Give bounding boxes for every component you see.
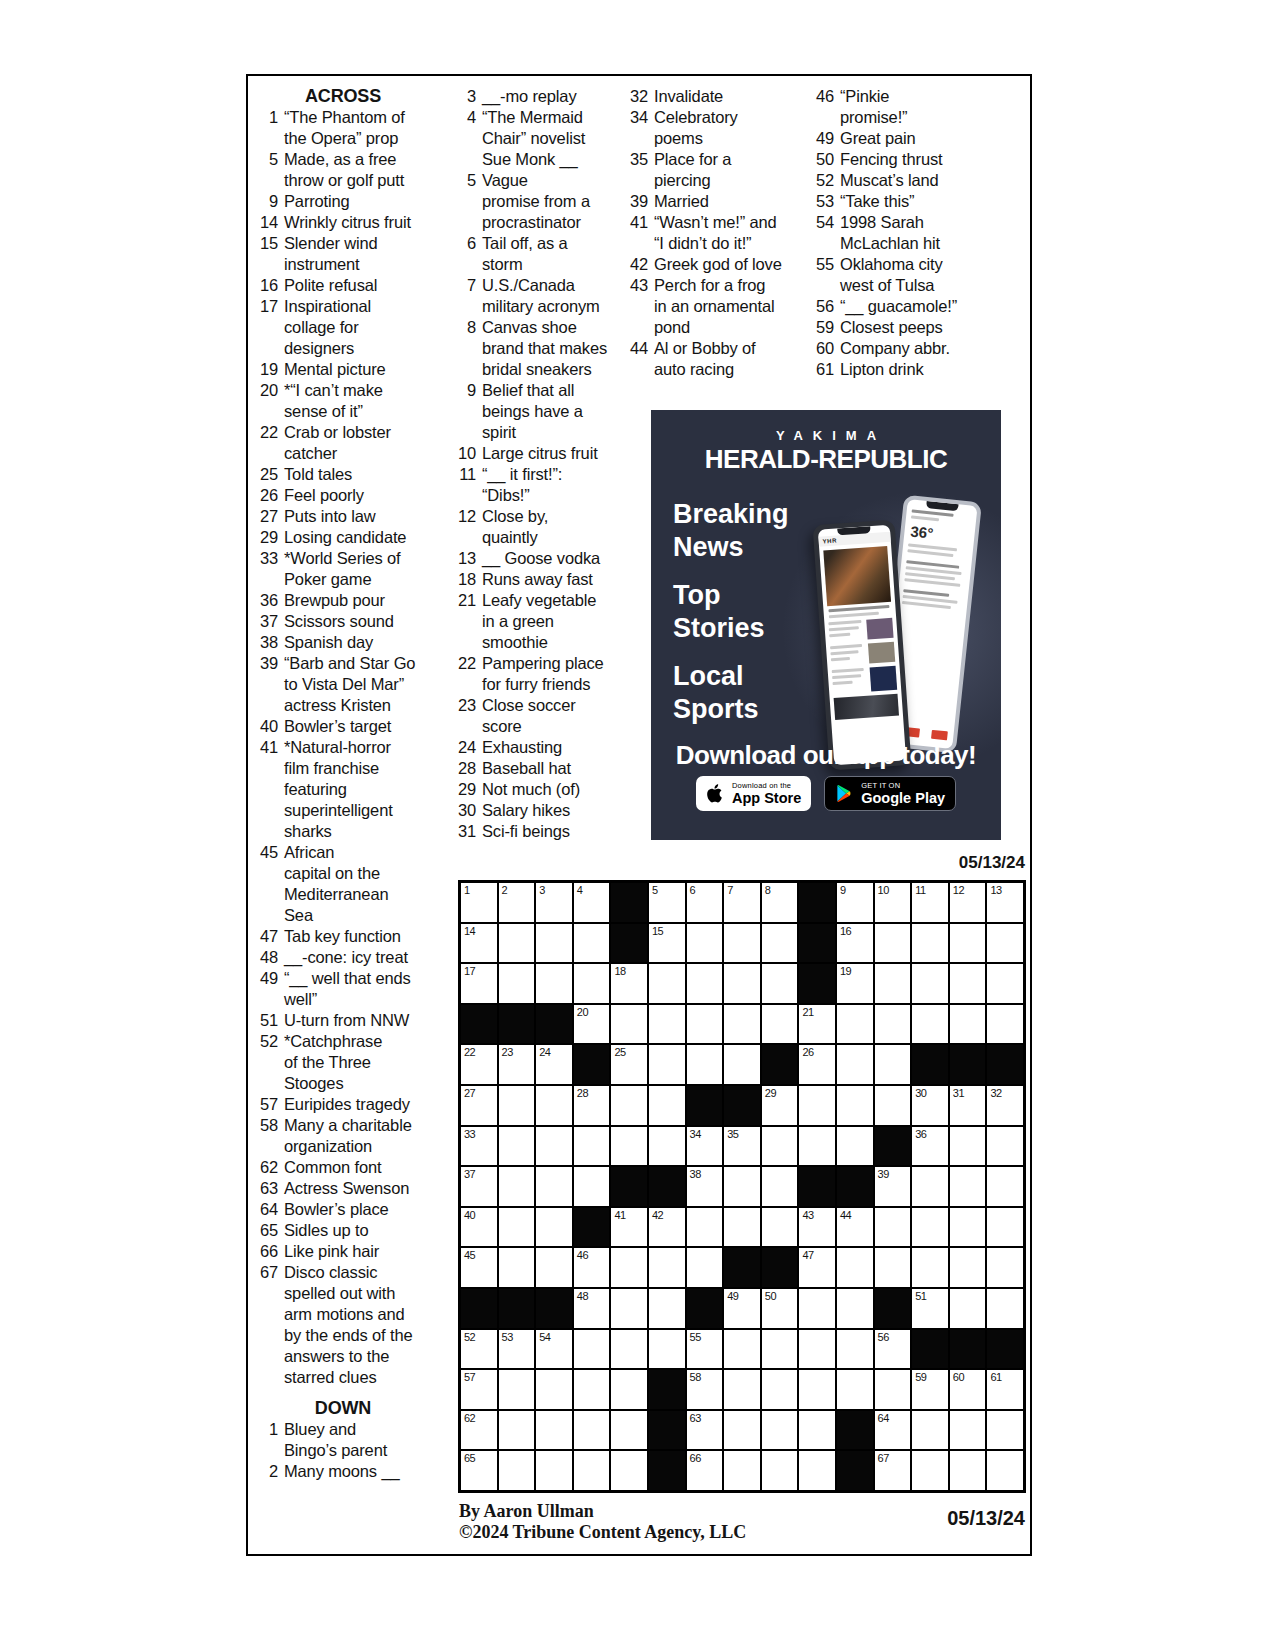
google-play-badge[interactable]: GET IT ON Google Play (824, 776, 956, 811)
grid-cell-r11c14[interactable] (950, 1289, 986, 1328)
grid-cell-r7c11[interactable] (837, 1127, 873, 1166)
grid-cell-r13c11[interactable] (837, 1370, 873, 1409)
clue-down-55: 55Oklahoma city west of Tulsa (806, 254, 992, 296)
clue-down-54: 541998 Sarah McLachlan hit (806, 212, 992, 254)
clue-number: 7 (448, 275, 482, 317)
grid-cell-r10c7[interactable] (687, 1248, 723, 1287)
cell-number: 34 (690, 1128, 701, 1140)
grid-cell-r3c5[interactable]: 18 (611, 964, 647, 1003)
clue-down-11: 11“__ it first!”: “Dibs!” (448, 464, 618, 506)
grid-cell-r14c13[interactable] (912, 1411, 948, 1450)
clue-text: “Wasn’t me!” and “I didn’t do it!” (654, 212, 798, 254)
grid-cell-r1c1[interactable]: 1 (461, 883, 497, 922)
grid-cell-r10c4[interactable]: 46 (574, 1248, 610, 1287)
cell-number: 50 (765, 1290, 776, 1302)
grid-cell-r11c4[interactable]: 48 (574, 1289, 610, 1328)
grid-cell-r7c3[interactable] (536, 1127, 572, 1166)
grid-cell-r4c6[interactable] (649, 1005, 685, 1044)
clue-number: 41 (620, 212, 654, 254)
grid-cell-r15c4[interactable] (574, 1451, 610, 1490)
grid-cell-r8c14[interactable] (950, 1167, 986, 1206)
grid-cell-r6c5[interactable] (611, 1086, 647, 1125)
clue-down-56: 56“__ guacamole!” (806, 296, 992, 317)
clue-text: Slender wind instrument (284, 233, 436, 275)
grid-cell-r2c5 (611, 924, 647, 963)
badge-big-text: Google Play (861, 791, 945, 806)
grid-cell-r15c7[interactable]: 66 (687, 1451, 723, 1490)
grid-cell-r8c12[interactable]: 39 (875, 1167, 911, 1206)
grid-cell-r8c8[interactable] (724, 1167, 760, 1206)
clue-text: Many moons __ (284, 1461, 436, 1482)
grid-cell-r10c10[interactable]: 47 (799, 1248, 835, 1287)
grid-cell-r13c5[interactable] (611, 1370, 647, 1409)
grid-cell-r6c14[interactable]: 31 (950, 1086, 986, 1125)
clue-down-41: 41“Wasn’t me!” and “I didn’t do it!” (620, 212, 798, 254)
grid-cell-r4c7[interactable] (687, 1005, 723, 1044)
grid-cell-r1c3[interactable]: 3 (536, 883, 572, 922)
grid-cell-r6c4[interactable]: 28 (574, 1086, 610, 1125)
clue-number: 14 (250, 212, 284, 233)
cell-number: 57 (464, 1371, 475, 1383)
grid-cell-r12c2[interactable]: 53 (499, 1330, 535, 1369)
clue-text: Baseball hat (482, 758, 618, 779)
grid-cell-r12c3[interactable]: 54 (536, 1330, 572, 1369)
clue-text: *“I can’t make sense of it” (284, 380, 436, 422)
grid-cell-r13c3[interactable] (536, 1370, 572, 1409)
grid-cell-r6c12[interactable] (875, 1086, 911, 1125)
clue-text: Wrinkly citrus fruit (284, 212, 436, 233)
grid-cell-r10c5[interactable] (611, 1248, 647, 1287)
grid-cell-r5c8[interactable] (724, 1045, 760, 1084)
grid-cell-r2c4[interactable] (574, 924, 610, 963)
grid-cell-r3c8[interactable] (724, 964, 760, 1003)
grid-cell-r10c6[interactable] (649, 1248, 685, 1287)
clue-number: 22 (250, 422, 284, 464)
clue-text: Oklahoma city west of Tulsa (840, 254, 992, 296)
grid-cell-r4c8[interactable] (724, 1005, 760, 1044)
grid-cell-r7c15[interactable] (987, 1127, 1023, 1166)
grid-cell-r1c12[interactable]: 10 (875, 883, 911, 922)
store-badges: Download on the App Store GET IT ON Goog… (651, 776, 1001, 811)
grid-cell-r5c15 (987, 1045, 1023, 1084)
cell-number: 40 (464, 1209, 475, 1221)
clue-number: 22 (448, 653, 482, 695)
clue-down-53: 53“Take this” (806, 191, 992, 212)
grid-cell-r9c3[interactable] (536, 1208, 572, 1247)
grid-cell-r6c13[interactable]: 30 (912, 1086, 948, 1125)
grid-cell-r9c12[interactable] (875, 1208, 911, 1247)
grid-cell-r10c13[interactable] (912, 1248, 948, 1287)
grid-cell-r3c3[interactable] (536, 964, 572, 1003)
grid-cell-r12c5[interactable] (611, 1330, 647, 1369)
clue-across-63: 63Actress Swenson (250, 1178, 436, 1199)
grid-cell-r11c9[interactable]: 50 (762, 1289, 798, 1328)
cell-number: 15 (652, 925, 663, 937)
clue-number: 16 (250, 275, 284, 296)
grid-cell-r6c11[interactable] (837, 1086, 873, 1125)
cell-number: 21 (802, 1006, 813, 1018)
clue-number: 44 (620, 338, 654, 380)
cell-number: 25 (614, 1046, 625, 1058)
grid-cell-r1c7[interactable]: 6 (687, 883, 723, 922)
grid-cell-r4c12[interactable] (875, 1005, 911, 1044)
grid-cell-r14c5[interactable] (611, 1411, 647, 1450)
grid-cell-r14c3[interactable] (536, 1411, 572, 1450)
grid-cell-r4c10[interactable]: 21 (799, 1005, 835, 1044)
grid-cell-r8c4[interactable] (574, 1167, 610, 1206)
grid-cell-r15c8[interactable] (724, 1451, 760, 1490)
grid-cell-r12c13 (912, 1330, 948, 1369)
grid-cell-r1c4[interactable]: 4 (574, 883, 610, 922)
clue-number: 63 (250, 1178, 284, 1199)
clue-column-1: ACROSS1“The Phantom of the Opera” prop5M… (250, 86, 436, 1482)
grid-cell-r14c7[interactable]: 63 (687, 1411, 723, 1450)
clue-number: 67 (250, 1262, 284, 1388)
grid-cell-r9c14[interactable] (950, 1208, 986, 1247)
grid-cell-r1c13[interactable]: 11 (912, 883, 948, 922)
grid-cell-r11c11[interactable] (837, 1289, 873, 1328)
clue-down-35: 35Place for a piercing (620, 149, 798, 191)
clue-down-50: 50Fencing thrust (806, 149, 992, 170)
download-cta: Download our app today! (651, 740, 1001, 771)
clue-down-9: 9Belief that all beings have a spirit (448, 380, 618, 443)
clue-text: Not much (of) (482, 779, 618, 800)
clue-across-52: 52*Catchphrase of the Three Stooges (250, 1031, 436, 1094)
grid-cell-r2c12[interactable] (875, 924, 911, 963)
clue-text: “Barb and Star Go to Vista Del Mar” actr… (284, 653, 436, 716)
grid-cell-r4c13[interactable] (912, 1005, 948, 1044)
grid-cell-r9c11[interactable]: 44 (837, 1208, 873, 1247)
grid-cell-r9c10[interactable]: 43 (799, 1208, 835, 1247)
grid-cell-r15c1[interactable]: 65 (461, 1451, 497, 1490)
grid-cell-r3c4[interactable] (574, 964, 610, 1003)
grid-cell-r15c9[interactable] (762, 1451, 798, 1490)
grid-cell-r13c9[interactable] (762, 1370, 798, 1409)
clue-text: *Natural-horror film franchise featuring… (284, 737, 436, 842)
grid-cell-r8c3[interactable] (536, 1167, 572, 1206)
grid-cell-r15c2[interactable] (499, 1451, 535, 1490)
grid-cell-r13c6 (649, 1370, 685, 1409)
grid-cell-r5c12[interactable] (875, 1045, 911, 1084)
grid-cell-r12c1[interactable]: 52 (461, 1330, 497, 1369)
grid-cell-r6c9[interactable]: 29 (762, 1086, 798, 1125)
app-store-badge[interactable]: Download on the App Store (696, 776, 811, 811)
grid-cell-r5c7[interactable] (687, 1045, 723, 1084)
grid-cell-r14c4[interactable] (574, 1411, 610, 1450)
grid-cell-r7c7[interactable]: 34 (687, 1127, 723, 1166)
grid-cell-r15c14[interactable] (950, 1451, 986, 1490)
grid-cell-r13c10[interactable] (799, 1370, 835, 1409)
grid-cell-r7c10[interactable] (799, 1127, 835, 1166)
grid-cell-r14c12[interactable]: 64 (875, 1411, 911, 1450)
grid-cell-r7c1[interactable]: 33 (461, 1127, 497, 1166)
apple-logo-icon (706, 784, 725, 803)
grid-cell-r7c13[interactable]: 36 (912, 1127, 948, 1166)
grid-cell-r4c11[interactable] (837, 1005, 873, 1044)
grid-cell-r13c13[interactable]: 59 (912, 1370, 948, 1409)
clue-across-1: 1“The Phantom of the Opera” prop (250, 107, 436, 149)
grid-cell-r13c4[interactable] (574, 1370, 610, 1409)
clue-text: U-turn from NNW (284, 1010, 436, 1031)
grid-cell-r9c2[interactable] (499, 1208, 535, 1247)
grid-cell-r3c13[interactable] (912, 964, 948, 1003)
grid-cell-r10c12[interactable] (875, 1248, 911, 1287)
grid-cell-r14c15[interactable] (987, 1411, 1023, 1450)
cell-number: 61 (990, 1371, 1001, 1383)
grid-cell-r5c5[interactable]: 25 (611, 1045, 647, 1084)
clue-down-8: 8Canvas shoe brand that makes bridal sne… (448, 317, 618, 380)
clue-across-41: 41*Natural-horror film franchise featuri… (250, 737, 436, 842)
cell-number: 10 (878, 884, 889, 896)
clue-number: 34 (620, 107, 654, 149)
grid-cell-r7c5[interactable] (611, 1127, 647, 1166)
grid-cell-r1c9[interactable]: 8 (762, 883, 798, 922)
grid-cell-r12c8[interactable] (724, 1330, 760, 1369)
grid-cell-r8c15[interactable] (987, 1167, 1023, 1206)
grid-cell-r11c13[interactable]: 51 (912, 1289, 948, 1328)
clue-number: 43 (620, 275, 654, 338)
grid-cell-r15c15[interactable] (987, 1451, 1023, 1490)
grid-cell-r7c14[interactable] (950, 1127, 986, 1166)
grid-cell-r5c2[interactable]: 23 (499, 1045, 535, 1084)
grid-cell-r1c6[interactable]: 5 (649, 883, 685, 922)
grid-cell-r10c1[interactable]: 45 (461, 1248, 497, 1287)
grid-cell-r5c11[interactable] (837, 1045, 873, 1084)
grid-cell-r1c11[interactable]: 9 (837, 883, 873, 922)
grid-cell-r11c6[interactable] (649, 1289, 685, 1328)
grid-cell-r6c15[interactable]: 32 (987, 1086, 1023, 1125)
clue-number: 39 (250, 653, 284, 716)
grid-cell-r3c7[interactable] (687, 964, 723, 1003)
clue-number: 66 (250, 1241, 284, 1262)
grid-cell-r9c9[interactable] (762, 1208, 798, 1247)
grid-cell-r7c9[interactable] (762, 1127, 798, 1166)
clue-text: “The Phantom of the Opera” prop (284, 107, 436, 149)
puzzle-date-bottom: 05/13/24 (815, 1507, 1025, 1530)
clue-text: Company abbr. (840, 338, 992, 359)
grid-cell-r6c10[interactable] (799, 1086, 835, 1125)
grid-cell-r9c7[interactable] (687, 1208, 723, 1247)
grid-cell-r9c13[interactable] (912, 1208, 948, 1247)
grid-cell-r3c14[interactable] (950, 964, 986, 1003)
cell-number: 32 (990, 1087, 1001, 1099)
grid-cell-r14c8[interactable] (724, 1411, 760, 1450)
grid-cell-r13c7[interactable]: 58 (687, 1370, 723, 1409)
clue-text: Scissors sound (284, 611, 436, 632)
grid-cell-r13c14[interactable]: 60 (950, 1370, 986, 1409)
grid-cell-r14c10[interactable] (799, 1411, 835, 1450)
grid-cell-r3c12[interactable] (875, 964, 911, 1003)
grid-cell-r9c6[interactable]: 42 (649, 1208, 685, 1247)
grid-cell-r4c14[interactable] (950, 1005, 986, 1044)
grid-cell-r14c9[interactable] (762, 1411, 798, 1450)
clue-text: *Catchphrase of the Three Stooges (284, 1031, 436, 1094)
grid-cell-r3c2[interactable] (499, 964, 535, 1003)
clue-number: 31 (448, 821, 482, 842)
grid-cell-r5c3[interactable]: 24 (536, 1045, 572, 1084)
grid-cell-r12c12[interactable]: 56 (875, 1330, 911, 1369)
clue-text: Like pink hair (284, 1241, 436, 1262)
cell-number: 33 (464, 1128, 475, 1140)
clue-text: Puts into law (284, 506, 436, 527)
grid-cell-r1c15[interactable]: 13 (987, 883, 1023, 922)
clue-text: Celebratory poems (654, 107, 798, 149)
grid-cell-r3c9[interactable] (762, 964, 798, 1003)
grid-cell-r2c11[interactable]: 16 (837, 924, 873, 963)
clue-text: Brewpub pour (284, 590, 436, 611)
grid-cell-r3c6[interactable] (649, 964, 685, 1003)
clue-text: Sci-fi beings (482, 821, 618, 842)
clue-number: 52 (250, 1031, 284, 1094)
grid-cell-r13c1[interactable]: 57 (461, 1370, 497, 1409)
grid-cell-r4c5[interactable] (611, 1005, 647, 1044)
clue-number: 57 (250, 1094, 284, 1115)
grid-cell-r7c2[interactable] (499, 1127, 535, 1166)
grid-cell-r2c3[interactable] (536, 924, 572, 963)
grid-cell-r6c2[interactable] (499, 1086, 535, 1125)
cell-number: 45 (464, 1249, 475, 1261)
clue-list-header-across: ACROSS (250, 86, 436, 107)
grid-cell-r8c2[interactable] (499, 1167, 535, 1206)
grid-cell-r2c9[interactable] (762, 924, 798, 963)
grid-cell-r8c1[interactable]: 37 (461, 1167, 497, 1206)
clue-number: 10 (448, 443, 482, 464)
grid-cell-r13c15[interactable]: 61 (987, 1370, 1023, 1409)
clue-text: “__ it first!”: “Dibs!” (482, 464, 618, 506)
grid-cell-r2c13[interactable] (912, 924, 948, 963)
grid-cell-r15c10[interactable] (799, 1451, 835, 1490)
grid-cell-r7c6[interactable] (649, 1127, 685, 1166)
grid-cell-r3c10 (799, 964, 835, 1003)
grid-cell-r13c12[interactable] (875, 1370, 911, 1409)
grid-cell-r9c5[interactable]: 41 (611, 1208, 647, 1247)
grid-cell-r10c14[interactable] (950, 1248, 986, 1287)
grid-cell-r2c2[interactable] (499, 924, 535, 963)
clue-number: 38 (250, 632, 284, 653)
grid-cell-r15c13[interactable] (912, 1451, 948, 1490)
cell-number: 44 (840, 1209, 851, 1221)
grid-cell-r12c9[interactable] (762, 1330, 798, 1369)
grid-cell-r7c4[interactable] (574, 1127, 610, 1166)
grid-cell-r14c1[interactable]: 62 (461, 1411, 497, 1450)
grid-cell-r1c8[interactable]: 7 (724, 883, 760, 922)
grid-cell-r12c10[interactable] (799, 1330, 835, 1369)
grid-cell-r11c8[interactable]: 49 (724, 1289, 760, 1328)
grid-cell-r8c7[interactable]: 38 (687, 1167, 723, 1206)
grid-cell-r8c9[interactable] (762, 1167, 798, 1206)
news-thumbnail (866, 618, 893, 640)
grid-cell-r13c2[interactable] (499, 1370, 535, 1409)
clue-text: African capital on the Mediterranean Sea (284, 842, 436, 926)
clue-across-19: 19Mental picture (250, 359, 436, 380)
grid-cell-r11c10[interactable] (799, 1289, 835, 1328)
grid-cell-r4c2 (499, 1005, 535, 1044)
clue-text: Place for a piercing (654, 149, 798, 191)
clue-number: 5 (250, 149, 284, 191)
grid-cell-r11c5[interactable] (611, 1289, 647, 1328)
grid-cell-r9c15[interactable] (987, 1208, 1023, 1247)
grid-cell-r3c1[interactable]: 17 (461, 964, 497, 1003)
grid-cell-r8c13[interactable] (912, 1167, 948, 1206)
grid-cell-r5c1[interactable]: 22 (461, 1045, 497, 1084)
grid-cell-r2c8[interactable] (724, 924, 760, 963)
clue-number: 2 (250, 1461, 284, 1482)
clue-down-61: 61Lipton drink (806, 359, 992, 380)
grid-cell-r15c6 (649, 1451, 685, 1490)
grid-cell-r14c14[interactable] (950, 1411, 986, 1450)
clue-text: Al or Bobby of auto racing (654, 338, 798, 380)
grid-cell-r6c3[interactable] (536, 1086, 572, 1125)
grid-cell-r4c4[interactable]: 20 (574, 1005, 610, 1044)
grid-cell-r13c8[interactable] (724, 1370, 760, 1409)
grid-cell-r10c11[interactable] (837, 1248, 873, 1287)
grid-cell-r1c14[interactable]: 12 (950, 883, 986, 922)
clue-number: 12 (448, 506, 482, 548)
grid-cell-r14c2[interactable] (499, 1411, 535, 1450)
clue-down-2: 2Many moons __ (250, 1461, 436, 1482)
grid-cell-r10c2[interactable] (499, 1248, 535, 1287)
grid-cell-r15c3[interactable] (536, 1451, 572, 1490)
clue-number: 64 (250, 1199, 284, 1220)
badge-big-text: App Store (732, 791, 801, 806)
grid-cell-r6c8 (724, 1086, 760, 1125)
grid-cell-r3c15[interactable] (987, 964, 1023, 1003)
grid-cell-r4c15[interactable] (987, 1005, 1023, 1044)
grid-cell-r11c15[interactable] (987, 1289, 1023, 1328)
grid-cell-r2c6[interactable]: 15 (649, 924, 685, 963)
grid-cell-r15c5[interactable] (611, 1451, 647, 1490)
grid-cell-r4c9[interactable] (762, 1005, 798, 1044)
grid-cell-r6c6[interactable] (649, 1086, 685, 1125)
clue-text: Canvas shoe brand that makes bridal snea… (482, 317, 618, 380)
grid-cell-r10c15[interactable] (987, 1248, 1023, 1287)
clue-number: 15 (250, 233, 284, 275)
grid-cell-r9c8[interactable] (724, 1208, 760, 1247)
grid-cell-r7c8[interactable]: 35 (724, 1127, 760, 1166)
grid-cell-r12c6[interactable] (649, 1330, 685, 1369)
grid-cell-r12c11[interactable] (837, 1330, 873, 1369)
crossword-grid: 1234567891011121314151617181920212223242… (458, 880, 1026, 1493)
grid-cell-r15c12[interactable]: 67 (875, 1451, 911, 1490)
grid-cell-r2c1[interactable]: 14 (461, 924, 497, 963)
clue-number: 45 (250, 842, 284, 926)
grid-cell-r11c3 (536, 1289, 572, 1328)
grid-cell-r10c3[interactable] (536, 1248, 572, 1287)
clue-down-18: 18Runs away fast (448, 569, 618, 590)
grid-cell-r6c1[interactable]: 27 (461, 1086, 497, 1125)
clue-number: 18 (448, 569, 482, 590)
grid-cell-r12c4[interactable] (574, 1330, 610, 1369)
clue-number: 48 (250, 947, 284, 968)
grid-cell-r2c7[interactable] (687, 924, 723, 963)
grid-cell-r1c2[interactable]: 2 (499, 883, 535, 922)
clue-text: Belief that all beings have a spirit (482, 380, 618, 443)
grid-cell-r9c1[interactable]: 40 (461, 1208, 497, 1247)
grid-cell-r12c7[interactable]: 55 (687, 1330, 723, 1369)
grid-cell-r5c6[interactable] (649, 1045, 685, 1084)
grid-cell-r5c10[interactable]: 26 (799, 1045, 835, 1084)
grid-cell-r3c11[interactable]: 19 (837, 964, 873, 1003)
clue-text: “Take this” (840, 191, 992, 212)
clue-number: 29 (448, 779, 482, 800)
clue-number: 52 (806, 170, 840, 191)
cell-number: 36 (915, 1128, 926, 1140)
grid-cell-r2c15[interactable] (987, 924, 1023, 963)
clue-text: “__ guacamole!” (840, 296, 992, 317)
clue-number: 53 (806, 191, 840, 212)
clue-text: Lipton drink (840, 359, 992, 380)
grid-cell-r2c14[interactable] (950, 924, 986, 963)
